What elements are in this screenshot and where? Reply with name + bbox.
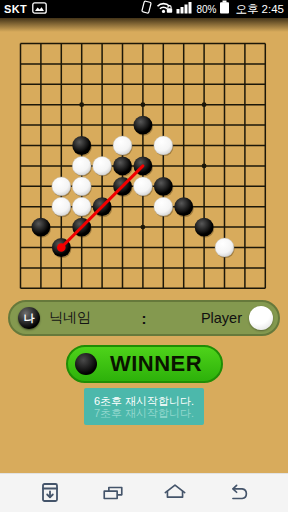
signal-strength-icon xyxy=(176,0,193,18)
capture-icon[interactable] xyxy=(38,481,62,505)
stone-white xyxy=(134,177,153,196)
battery-percent-label: 80% xyxy=(196,4,216,15)
opponent-info: Player xyxy=(201,306,273,330)
stone-black xyxy=(113,157,132,176)
stone-white xyxy=(72,177,91,196)
status-bar-right: 80% 오후 2:45 xyxy=(140,0,284,18)
status-bar: SKT xyxy=(0,0,288,18)
recents-icon[interactable] xyxy=(101,481,125,505)
my-black-stone-badge: 나 xyxy=(18,307,40,329)
status-bar-shadow xyxy=(0,18,288,32)
winner-banner[interactable]: WINNER xyxy=(66,345,223,383)
stone-white xyxy=(215,238,234,257)
phone-vibrate-icon xyxy=(140,0,153,18)
clock-label: 오후 2:45 xyxy=(235,2,284,17)
opponent-white-stone-badge xyxy=(249,306,273,330)
stone-black xyxy=(174,197,193,216)
vs-separator: : xyxy=(142,310,147,327)
home-icon[interactable] xyxy=(163,481,187,505)
stone-black xyxy=(154,177,173,196)
toast-message-fading: 7초후 재시작합니다. xyxy=(94,407,194,419)
gallery-notification-icon xyxy=(32,0,47,18)
stone-black xyxy=(72,136,91,155)
stone-white xyxy=(93,157,112,176)
my-nickname-label: 닉네임 xyxy=(49,309,91,327)
stone-black xyxy=(32,218,51,237)
winner-black-stone-icon xyxy=(75,353,97,375)
stone-white xyxy=(52,197,71,216)
battery-icon xyxy=(219,0,230,18)
stone-white xyxy=(154,136,173,155)
stone-white xyxy=(52,177,71,196)
restart-toast: 6초후 재시작합니다. 7초후 재시작합니다. xyxy=(84,388,204,425)
stone-white xyxy=(113,136,132,155)
carrier-label: SKT xyxy=(4,3,27,15)
stone-white xyxy=(72,197,91,216)
stone-black xyxy=(195,218,214,237)
game-board[interactable] xyxy=(19,42,267,290)
opponent-name-label: Player xyxy=(201,310,242,326)
phone-screen: SKT xyxy=(0,0,288,512)
android-nav-bar xyxy=(0,473,288,512)
winner-label: WINNER xyxy=(97,351,221,377)
stone-white xyxy=(72,157,91,176)
winning-line-start-dot xyxy=(57,243,66,252)
back-icon[interactable] xyxy=(226,481,250,505)
stone-black xyxy=(134,116,153,135)
board-grid xyxy=(19,42,267,290)
status-bar-left: SKT xyxy=(4,0,47,18)
stone-white xyxy=(154,197,173,216)
wifi-lock-icon xyxy=(156,0,173,18)
player-info-bar: 나 닉네임 : Player xyxy=(8,300,280,336)
